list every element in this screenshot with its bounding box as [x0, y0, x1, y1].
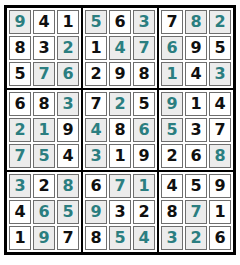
cell-r8c8[interactable]: 7 [185, 200, 207, 224]
box-1: 941832576 [6, 7, 82, 89]
cell-r1c1[interactable]: 9 [9, 10, 31, 34]
cell-r3c9[interactable]: 3 [209, 62, 231, 86]
cell-r8c5[interactable]: 3 [109, 200, 131, 224]
cell-r8c7[interactable]: 8 [161, 200, 183, 224]
cell-r3c1[interactable]: 5 [9, 62, 31, 86]
cell-r8c4[interactable]: 9 [85, 200, 107, 224]
cell-r7c4[interactable]: 6 [85, 174, 107, 198]
cell-r3c6[interactable]: 8 [133, 62, 155, 86]
cell-r4c8[interactable]: 1 [185, 92, 207, 116]
cell-r6c2[interactable]: 5 [33, 144, 55, 168]
cell-r1c9[interactable]: 2 [209, 10, 231, 34]
cell-r6c3[interactable]: 4 [57, 144, 79, 168]
cell-r2c8[interactable]: 9 [185, 36, 207, 60]
cell-r9c3[interactable]: 7 [57, 226, 79, 250]
cell-r1c2[interactable]: 4 [33, 10, 55, 34]
cell-r7c3[interactable]: 8 [57, 174, 79, 198]
cell-r5c4[interactable]: 4 [85, 118, 107, 142]
cell-r5c7[interactable]: 5 [161, 118, 183, 142]
cell-r8c3[interactable]: 5 [57, 200, 79, 224]
cell-r6c1[interactable]: 7 [9, 144, 31, 168]
cell-r5c3[interactable]: 9 [57, 118, 79, 142]
cell-r2c3[interactable]: 2 [57, 36, 79, 60]
cell-r7c8[interactable]: 5 [185, 174, 207, 198]
cell-r7c9[interactable]: 9 [209, 174, 231, 198]
cell-r9c6[interactable]: 4 [133, 226, 155, 250]
cell-r1c8[interactable]: 8 [185, 10, 207, 34]
sudoku-board: 9418325765631472987826951436832197547254… [4, 5, 236, 255]
box-4: 683219754 [6, 89, 82, 171]
cell-r6c5[interactable]: 1 [109, 144, 131, 168]
cell-r1c5[interactable]: 6 [109, 10, 131, 34]
cell-r9c4[interactable]: 8 [85, 226, 107, 250]
cell-r2c5[interactable]: 4 [109, 36, 131, 60]
cell-r3c3[interactable]: 6 [57, 62, 79, 86]
box-2: 563147298 [82, 7, 158, 89]
cell-r2c7[interactable]: 6 [161, 36, 183, 60]
cell-r5c8[interactable]: 3 [185, 118, 207, 142]
cell-r8c1[interactable]: 4 [9, 200, 31, 224]
cell-r9c7[interactable]: 3 [161, 226, 183, 250]
cell-r3c2[interactable]: 7 [33, 62, 55, 86]
cell-r5c1[interactable]: 2 [9, 118, 31, 142]
box-7: 328465197 [6, 171, 82, 253]
cell-r6c7[interactable]: 2 [161, 144, 183, 168]
cell-r9c1[interactable]: 1 [9, 226, 31, 250]
cell-r2c2[interactable]: 3 [33, 36, 55, 60]
cell-r5c5[interactable]: 8 [109, 118, 131, 142]
cell-r4c5[interactable]: 2 [109, 92, 131, 116]
cell-r3c4[interactable]: 2 [85, 62, 107, 86]
cell-r9c9[interactable]: 6 [209, 226, 231, 250]
cell-r6c4[interactable]: 3 [85, 144, 107, 168]
cell-r5c9[interactable]: 7 [209, 118, 231, 142]
cell-r5c6[interactable]: 6 [133, 118, 155, 142]
cell-r8c6[interactable]: 2 [133, 200, 155, 224]
cell-r7c5[interactable]: 7 [109, 174, 131, 198]
cell-r8c2[interactable]: 6 [33, 200, 55, 224]
cell-r5c2[interactable]: 1 [33, 118, 55, 142]
cell-r7c1[interactable]: 3 [9, 174, 31, 198]
box-8: 671932854 [82, 171, 158, 253]
cell-r1c3[interactable]: 1 [57, 10, 79, 34]
cell-r3c5[interactable]: 9 [109, 62, 131, 86]
cell-r2c6[interactable]: 7 [133, 36, 155, 60]
box-3: 782695143 [158, 7, 234, 89]
box-6: 914537268 [158, 89, 234, 171]
box-9: 459871326 [158, 171, 234, 253]
cell-r3c7[interactable]: 1 [161, 62, 183, 86]
cell-r1c6[interactable]: 3 [133, 10, 155, 34]
cell-r9c2[interactable]: 9 [33, 226, 55, 250]
cell-r1c7[interactable]: 7 [161, 10, 183, 34]
cell-r7c6[interactable]: 1 [133, 174, 155, 198]
cell-r6c9[interactable]: 8 [209, 144, 231, 168]
cell-r2c9[interactable]: 5 [209, 36, 231, 60]
cell-r1c4[interactable]: 5 [85, 10, 107, 34]
cell-r9c8[interactable]: 2 [185, 226, 207, 250]
cell-r4c1[interactable]: 6 [9, 92, 31, 116]
cell-r7c7[interactable]: 4 [161, 174, 183, 198]
cell-r6c8[interactable]: 6 [185, 144, 207, 168]
cell-r4c7[interactable]: 9 [161, 92, 183, 116]
cell-r4c6[interactable]: 5 [133, 92, 155, 116]
cell-r6c6[interactable]: 9 [133, 144, 155, 168]
cell-r4c9[interactable]: 4 [209, 92, 231, 116]
cell-r4c2[interactable]: 8 [33, 92, 55, 116]
cell-r4c4[interactable]: 7 [85, 92, 107, 116]
cell-r2c1[interactable]: 8 [9, 36, 31, 60]
cell-r4c3[interactable]: 3 [57, 92, 79, 116]
cell-r8c9[interactable]: 1 [209, 200, 231, 224]
cell-r9c5[interactable]: 5 [109, 226, 131, 250]
cell-r7c2[interactable]: 2 [33, 174, 55, 198]
cell-r3c8[interactable]: 4 [185, 62, 207, 86]
cell-r2c4[interactable]: 1 [85, 36, 107, 60]
box-5: 725486319 [82, 89, 158, 171]
